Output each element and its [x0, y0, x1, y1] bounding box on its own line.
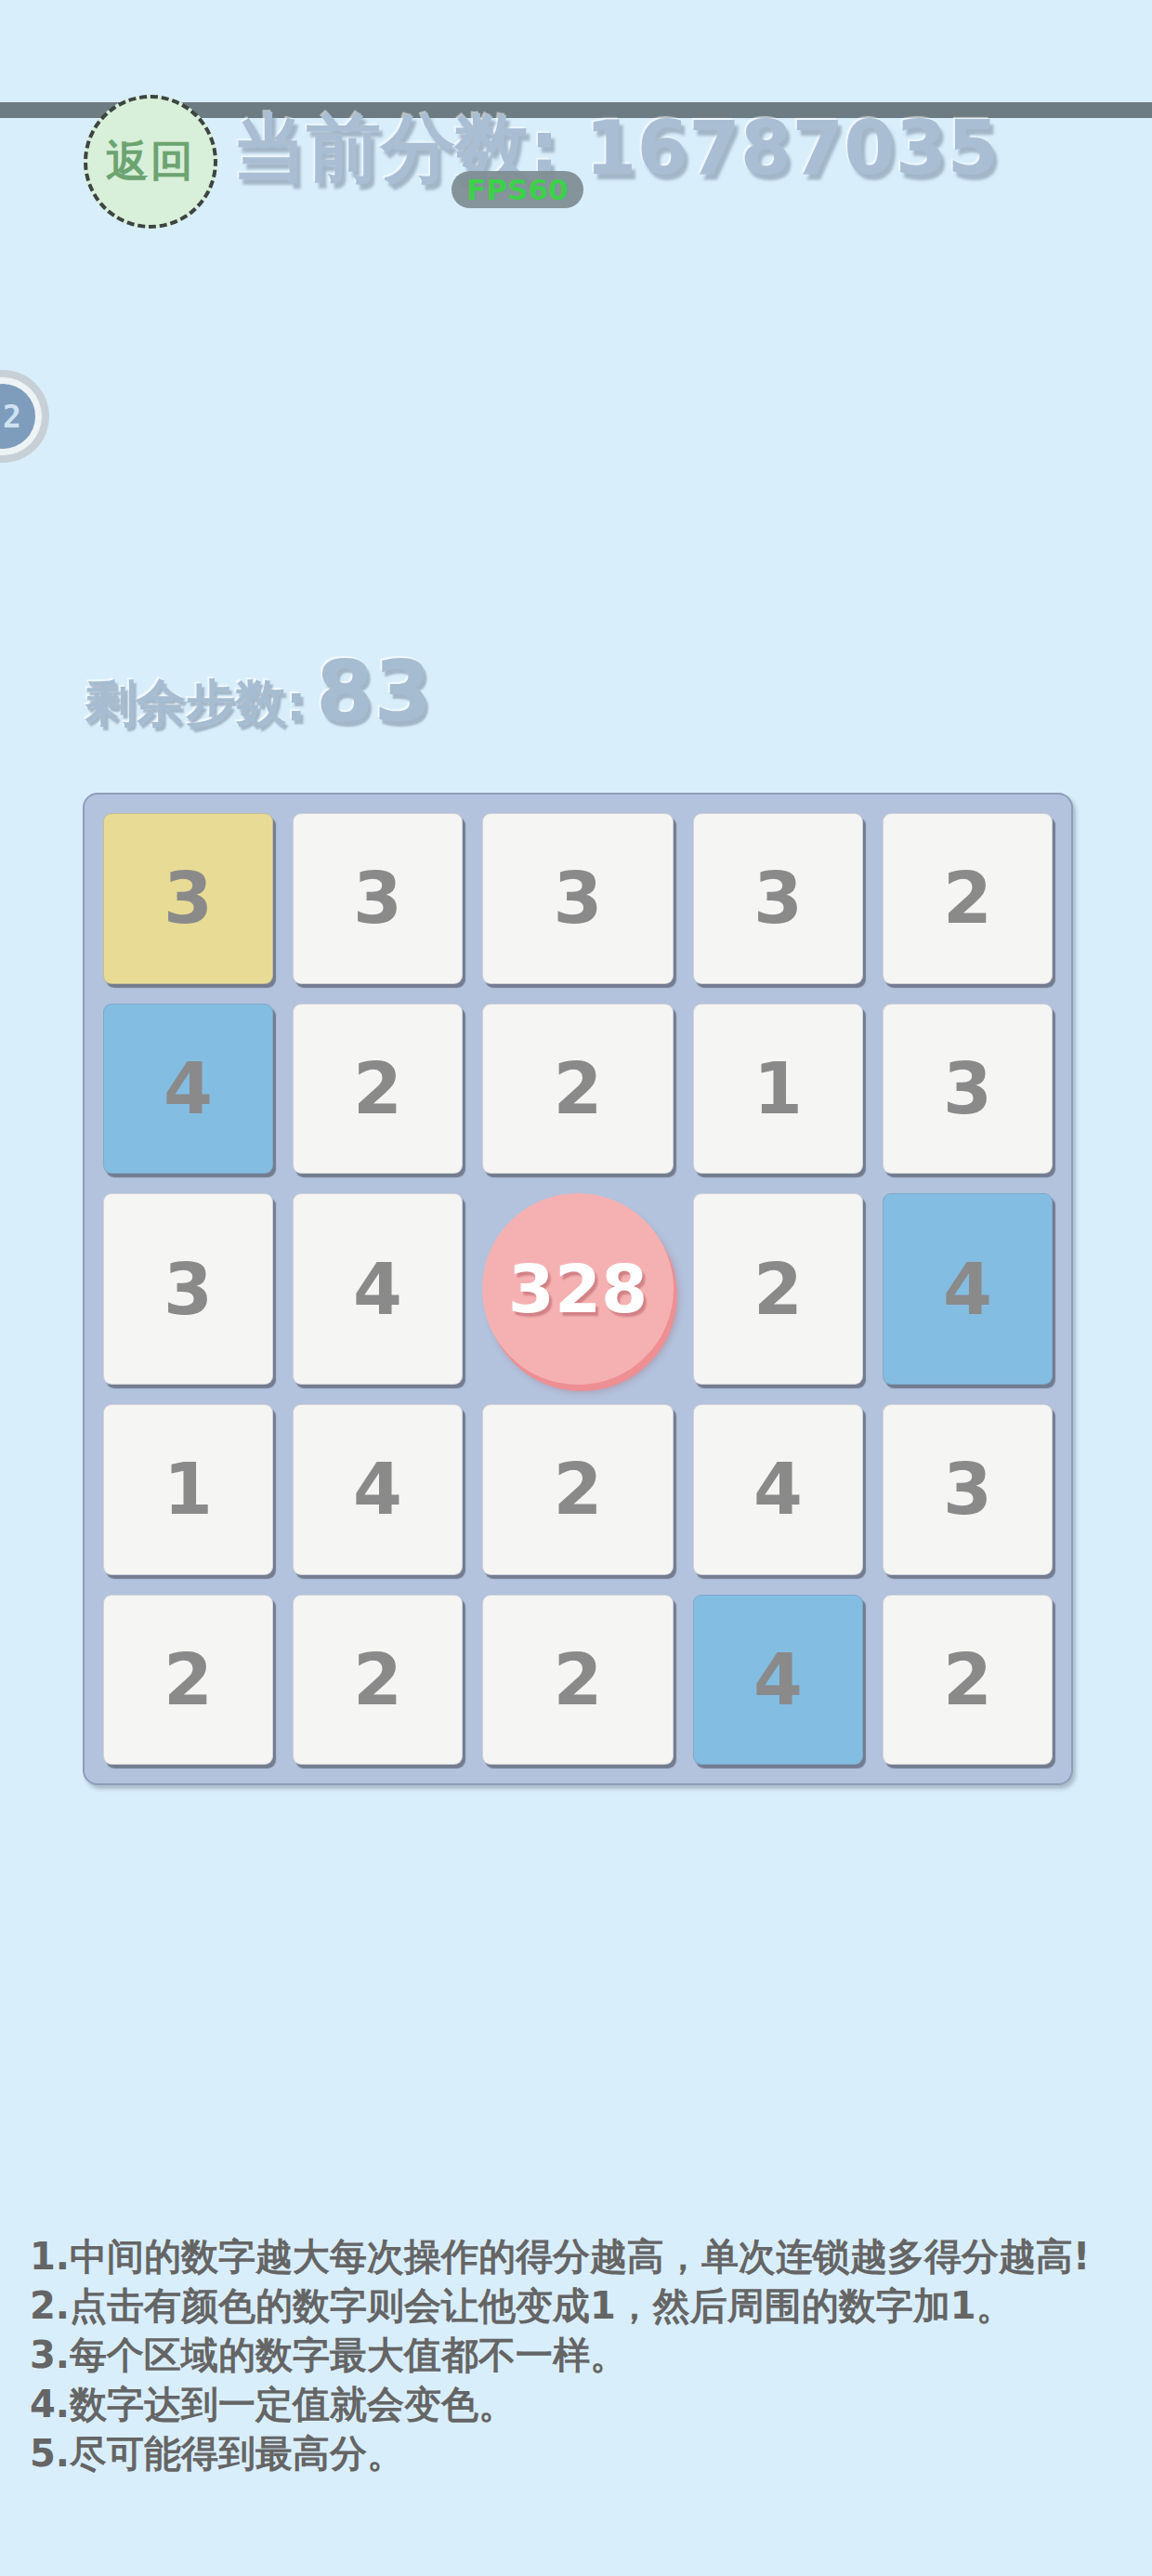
- current-score: 当前分数: 16787035: [232, 112, 999, 186]
- instructions: 1.中间的数字越大每次操作的得分越高，单次连锁越多得分越高!2.点击有颜色的数字…: [30, 2232, 1145, 2478]
- instruction-line-5: 5.尽可能得到最高分。: [30, 2429, 1145, 2478]
- cell-r5c5[interactable]: 2: [883, 1595, 1053, 1766]
- cell-r5c1[interactable]: 2: [103, 1595, 273, 1766]
- cell-r4c4[interactable]: 4: [693, 1404, 863, 1575]
- cell-r1c5[interactable]: 2: [883, 813, 1053, 984]
- instruction-line-2: 2.点击有颜色的数字则会让他变成1，然后周围的数字加1。: [30, 2281, 1145, 2331]
- board-grid: 333324221334328241424322242: [83, 793, 1073, 1785]
- steps-remaining-value: 83: [316, 651, 432, 734]
- cell-r2c5[interactable]: 3: [883, 1004, 1053, 1175]
- cell-r1c4[interactable]: 3: [693, 813, 863, 984]
- instruction-line-3: 3.每个区域的数字最大值都不一样。: [30, 2331, 1145, 2380]
- cell-r4c3[interactable]: 2: [482, 1404, 674, 1575]
- cell-r3c4[interactable]: 2: [693, 1193, 863, 1385]
- cell-r5c3[interactable]: 2: [482, 1595, 674, 1766]
- cell-r5c4[interactable]: 4: [693, 1595, 863, 1766]
- cell-r1c1[interactable]: 3: [103, 813, 273, 984]
- instruction-line-1: 1.中间的数字越大每次操作的得分越高，单次连锁越多得分越高!: [30, 2232, 1145, 2281]
- fps-badge: FPS60: [452, 171, 583, 208]
- game-screen: 返回 当前分数: 16787035 FPS60 22 剩余步数: 83 3333…: [0, 0, 1152, 2576]
- cell-r1c3[interactable]: 3: [482, 813, 674, 984]
- cell-r3c3[interactable]: 328: [482, 1193, 674, 1385]
- instruction-line-4: 4.数字达到一定值就会变色。: [30, 2380, 1145, 2429]
- back-button-label: 返回: [106, 133, 195, 191]
- steps-remaining-label: 剩余步数:: [85, 678, 307, 729]
- cell-r1c2[interactable]: 3: [293, 813, 463, 984]
- score-value: 16787035: [585, 105, 999, 191]
- cell-r4c5[interactable]: 3: [883, 1404, 1053, 1575]
- cell-r3c2[interactable]: 4: [293, 1193, 463, 1385]
- cell-r2c2[interactable]: 2: [293, 1004, 463, 1175]
- cell-r2c4[interactable]: 1: [693, 1004, 863, 1175]
- cell-r5c2[interactable]: 2: [293, 1595, 463, 1766]
- fps-badge-label: FPS60: [466, 173, 568, 206]
- cell-r4c1[interactable]: 1: [103, 1404, 273, 1575]
- cell-r2c1[interactable]: 4: [103, 1004, 273, 1175]
- level-badge: 22: [0, 370, 49, 463]
- level-badge-value: 22: [0, 399, 24, 435]
- center-bubble[interactable]: 328: [482, 1193, 674, 1385]
- cell-r3c5[interactable]: 4: [883, 1193, 1053, 1385]
- cell-r3c1[interactable]: 3: [103, 1193, 273, 1385]
- back-button[interactable]: 返回: [84, 95, 217, 229]
- cell-r2c3[interactable]: 2: [482, 1004, 674, 1175]
- cell-r4c2[interactable]: 4: [293, 1404, 463, 1575]
